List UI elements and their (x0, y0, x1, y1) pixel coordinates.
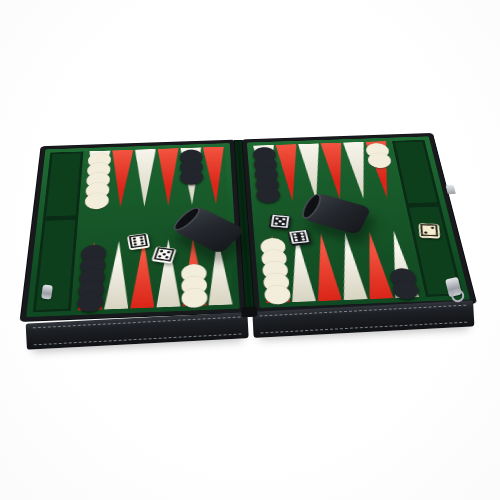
dice-cup-left[interactable] (172, 206, 245, 255)
backgammon-case: ●●●●●●●● ●●●●●●●● ●●●●●●● ●●●●●●● (21, 133, 476, 321)
die-black-5[interactable]: ⚄ (269, 214, 291, 230)
hinge (241, 307, 258, 318)
backgammon-set-photo: ●●●●●●●● ●●●●●●●● ●●●●●●● ●●●●●●● (0, 0, 500, 500)
die-white-5[interactable]: ⚄ (151, 246, 176, 264)
board-surface: ●●●●●●●● ●●●●●●●● ●●●●●●● ●●●●●●● (21, 133, 476, 321)
die-white-6[interactable]: ⚅ (127, 233, 150, 250)
loose-equipment-layer: ⚅⚄⚄⚅ (21, 133, 476, 321)
dice-cup-right[interactable] (302, 192, 372, 235)
side-latch[interactable] (446, 185, 456, 194)
die-black-6[interactable]: ⚅ (287, 229, 311, 246)
case-latch-small[interactable] (41, 284, 53, 299)
